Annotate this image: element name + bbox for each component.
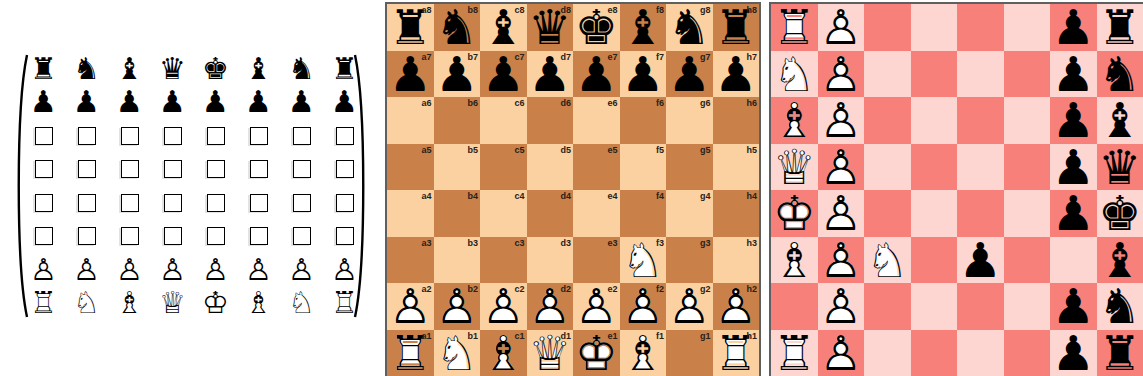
matrix-cell-r5c5 [194,186,237,220]
rot-square-b7[interactable]: ♟ [1050,51,1097,98]
matrix-cell-r1c4: ♛ [151,52,194,86]
square-label-e8: e8 [607,5,617,15]
matrix-panel: ♜♞♝♛♚♝♞♜♟♟♟♟♟♟♟♟♙♙♙♙♙♙♙♙♖♘♗♕♔♗♘♖ [8,48,374,324]
white-king-icon: ♔ [202,288,229,318]
square-d2[interactable]: d2♟♙ [527,283,574,330]
square-b5[interactable]: b5 [434,144,481,191]
square-g4[interactable]: g4 [666,190,713,237]
matrix-cell-r7c7: ♙ [280,253,323,287]
square-label-g6: g6 [700,98,711,108]
square-label-h4: h4 [746,191,757,201]
rot-square-d2[interactable]: ♟♙ [818,144,865,191]
rot-square-c8[interactable]: ♝ [1097,97,1143,144]
black-pawn-icon: ♟ [116,87,143,117]
square-label-a4: a4 [421,191,431,201]
board-rotated: ♜♖♟♙♟♜♞♘♟♙♟♞♝♗♟♙♟♝♛♕♟♙♟♛♚♔♟♙♟♚♝♗♟♙♞♘♟♝♟♙… [769,2,1143,376]
square-h7[interactable]: h7♟ [713,51,760,98]
rot-square-g4[interactable] [911,283,958,330]
rot-square-d8[interactable]: ♛ [1097,144,1143,191]
square-d7[interactable]: d7♟ [527,51,574,98]
empty-square-icon [164,227,182,245]
square-c3[interactable]: c3 [480,237,527,284]
square-label-c7: c7 [514,52,524,62]
square-label-f7: f7 [656,52,664,62]
matrix-cell-r6c5 [194,220,237,254]
square-c2[interactable]: c2♟♙ [480,283,527,330]
rot-square-g6[interactable] [1004,283,1051,330]
rot-square-d6[interactable] [1004,144,1051,191]
white-knight-icon: ♘ [864,236,911,284]
square-h3[interactable]: h3 [713,237,760,284]
square-label-g7: g7 [700,52,711,62]
rot-square-g7[interactable]: ♟ [1050,283,1097,330]
white-queen-fill: ♛ [771,143,818,191]
rot-square-e5[interactable] [957,190,1004,237]
square-label-c2: c2 [514,284,524,294]
black-bishop-icon: ♝ [1097,236,1143,284]
rot-square-e7[interactable]: ♟ [1050,190,1097,237]
square-h1[interactable]: h1♜♖ [713,330,760,376]
empty-square-icon [250,194,268,212]
matrix-grid: ♜♞♝♛♚♝♞♜♟♟♟♟♟♟♟♟♙♙♙♙♙♙♙♙♖♘♗♕♔♗♘♖ [22,52,366,320]
square-label-a1: a1 [421,331,431,341]
square-label-g1: g1 [700,331,711,341]
matrix-cell-r8c6: ♗ [237,287,280,321]
white-pawn-fill: ♟ [818,189,865,237]
black-knight-icon: ♞ [73,54,100,84]
square-h5[interactable]: h5 [713,144,760,191]
square-label-h1: h1 [746,331,757,341]
rot-square-g8[interactable]: ♞ [1097,283,1143,330]
white-pawn-icon: ♙ [818,282,865,330]
rot-square-a8[interactable]: ♜ [1097,4,1143,51]
square-a6[interactable]: a6 [387,97,434,144]
square-g3[interactable]: g3 [666,237,713,284]
square-a8[interactable]: a8♜ [387,4,434,51]
square-label-g2: g2 [700,284,711,294]
rot-square-a1[interactable]: ♜♖ [771,4,818,51]
square-e6[interactable]: e6 [573,97,620,144]
matrix-cell-r3c8 [323,119,366,153]
white-pawn-icon: ♙ [288,255,315,285]
square-g7[interactable]: g7♟ [666,51,713,98]
matrix-cell-r4c3 [108,153,151,187]
rot-square-f7[interactable] [1050,237,1097,284]
square-label-c8: c8 [514,5,524,15]
empty-square-icon [78,227,96,245]
matrix-cell-r2c7: ♟ [280,86,323,120]
matrix-cell-r3c3 [108,119,151,153]
rot-square-b2[interactable]: ♟♙ [818,51,865,98]
square-c8[interactable]: c8♝ [480,4,527,51]
rot-square-f1[interactable]: ♝♗ [771,237,818,284]
white-pawn-icon: ♙ [116,255,143,285]
square-label-b4: b4 [467,191,478,201]
matrix-cell-r3c2 [65,119,108,153]
white-pawn-fill: ♟ [818,282,865,330]
rot-square-h5[interactable] [957,330,1004,376]
matrix-cell-r8c2: ♘ [65,287,108,321]
white-king-icon: ♔ [771,189,818,237]
rot-square-b3[interactable] [864,51,911,98]
square-label-b5: b5 [467,145,478,155]
white-rook-icon: ♖ [331,288,358,318]
black-pawn-icon: ♟ [1050,329,1097,376]
white-pawn-icon: ♙ [818,236,865,284]
square-h8[interactable]: h8♜ [713,4,760,51]
square-f2[interactable]: f2♟♙ [620,283,667,330]
white-pawn-icon: ♙ [818,143,865,191]
matrix-cell-r7c6: ♙ [237,253,280,287]
rot-square-a2[interactable]: ♟♙ [818,4,865,51]
matrix-cell-r3c6 [237,119,280,153]
square-c6[interactable]: c6 [480,97,527,144]
matrix-cell-r5c4 [151,186,194,220]
rot-square-h2[interactable]: ♟♙ [818,330,865,376]
square-d1[interactable]: d1♛♕ [527,330,574,376]
rot-square-a5[interactable] [957,4,1004,51]
empty-square-icon [164,194,182,212]
square-label-e1: e1 [607,331,617,341]
white-pawn-icon: ♙ [818,96,865,144]
square-f6[interactable]: f6 [620,97,667,144]
square-label-h3: h3 [746,238,757,248]
black-pawn-icon: ♟ [202,87,229,117]
rot-square-d4[interactable] [911,144,958,191]
square-c5[interactable]: c5 [480,144,527,191]
empty-square-icon [293,227,311,245]
square-label-h6: h6 [746,98,757,108]
matrix-cell-r6c4 [151,220,194,254]
matrix-cell-r7c2: ♙ [65,253,108,287]
square-b8[interactable]: b8♞ [434,4,481,51]
empty-square-icon [121,194,139,212]
rot-square-c1[interactable]: ♝♗ [771,97,818,144]
rot-square-c7[interactable]: ♟ [1050,97,1097,144]
matrix-cell-r1c1: ♜ [22,52,65,86]
rot-square-e3[interactable] [864,190,911,237]
matrix-cell-r7c5: ♙ [194,253,237,287]
square-g2[interactable]: g2♟♙ [666,283,713,330]
matrix-cell-r6c3 [108,220,151,254]
square-f8[interactable]: f8♝ [620,4,667,51]
rot-square-f6[interactable] [1004,237,1051,284]
square-b1[interactable]: b1♞♘ [434,330,481,376]
square-f3[interactable]: f3♞♘ [620,237,667,284]
empty-square-icon [207,227,225,245]
empty-square-icon [293,160,311,178]
matrix-cell-r3c7 [280,119,323,153]
white-pawn-icon: ♙ [159,255,186,285]
white-pawn-fill: ♟ [818,329,865,376]
square-label-h8: h8 [746,5,757,15]
square-a2[interactable]: a2♟♙ [387,283,434,330]
rot-square-d1[interactable]: ♛♕ [771,144,818,191]
empty-square-icon [207,194,225,212]
rot-square-b6[interactable] [1004,51,1051,98]
square-label-d4: d4 [560,191,571,201]
matrix-cell-r5c3 [108,186,151,220]
square-b2[interactable]: b2♟♙ [434,283,481,330]
matrix-cell-r6c7 [280,220,323,254]
white-rook-fill: ♜ [771,329,818,376]
square-label-e3: e3 [607,238,617,248]
square-e7[interactable]: e7♟ [573,51,620,98]
square-label-e6: e6 [607,98,617,108]
square-label-c5: c5 [514,145,524,155]
rot-square-f3[interactable]: ♞♘ [864,237,911,284]
empty-square-icon [121,127,139,145]
rot-square-h6[interactable] [1004,330,1051,376]
square-label-d3: d3 [560,238,571,248]
white-pawn-icon: ♙ [818,329,865,376]
white-pawn-fill: ♟ [818,236,865,284]
white-pawn-icon: ♙ [202,255,229,285]
square-d3[interactable]: d3 [527,237,574,284]
white-pawn-icon: ♙ [30,255,57,285]
matrix-cell-r8c1: ♖ [22,287,65,321]
rot-square-b5[interactable] [957,51,1004,98]
white-pawn-icon: ♙ [245,255,272,285]
square-e3[interactable]: e3 [573,237,620,284]
square-c4[interactable]: c4 [480,190,527,237]
rot-square-g1[interactable] [771,283,818,330]
rot-square-c4[interactable] [911,97,958,144]
rot-square-h8[interactable]: ♜ [1097,330,1143,376]
black-pawn-icon: ♟ [245,87,272,117]
white-rook-icon: ♖ [771,329,818,376]
empty-square-icon [293,127,311,145]
square-g1[interactable]: g1 [666,330,713,376]
black-pawn-icon: ♟ [331,87,358,117]
white-pawn-icon: ♙ [818,50,865,98]
square-a1[interactable]: a1♜♖ [387,330,434,376]
square-e2[interactable]: e2♟♙ [573,283,620,330]
square-label-f6: f6 [656,98,664,108]
square-label-a3: a3 [421,238,431,248]
square-label-a8: a8 [421,5,431,15]
black-knight-icon: ♞ [288,54,315,84]
square-label-d7: d7 [560,52,571,62]
black-bishop-icon: ♝ [245,54,272,84]
rot-square-f2[interactable]: ♟♙ [818,237,865,284]
matrix-cell-r8c4: ♕ [151,287,194,321]
matrix-cell-r3c1 [22,119,65,153]
matrix-cell-r2c2: ♟ [65,86,108,120]
empty-square-icon [336,160,354,178]
square-label-e4: e4 [607,191,617,201]
white-rook-fill: ♜ [771,3,818,51]
empty-square-icon [207,127,225,145]
black-rook-icon: ♜ [1097,3,1143,51]
empty-square-icon [35,194,53,212]
square-b3[interactable]: b3 [434,237,481,284]
white-pawn-fill: ♟ [818,3,865,51]
empty-square-icon [78,127,96,145]
rot-square-b4[interactable] [911,51,958,98]
square-d5[interactable]: d5 [527,144,574,191]
rot-square-b8[interactable]: ♞ [1097,51,1143,98]
matrix-cell-r1c3: ♝ [108,52,151,86]
square-g5[interactable]: g5 [666,144,713,191]
matrix-cell-r8c3: ♗ [108,287,151,321]
rot-square-e8[interactable]: ♚ [1097,190,1143,237]
rot-square-d5[interactable] [957,144,1004,191]
rot-square-a3[interactable] [864,4,911,51]
black-knight-icon: ♞ [1097,282,1143,330]
square-f7[interactable]: f7♟ [620,51,667,98]
square-g6[interactable]: g6 [666,97,713,144]
matrix-cell-r6c8 [323,220,366,254]
square-a5[interactable]: a5 [387,144,434,191]
square-a4[interactable]: a4 [387,190,434,237]
empty-square-icon [293,194,311,212]
square-f4[interactable]: f4 [620,190,667,237]
matrix-cell-r2c5: ♟ [194,86,237,120]
white-bishop-icon: ♗ [116,288,143,318]
black-pawn-icon: ♟ [1050,50,1097,98]
matrix-cell-r5c1 [22,186,65,220]
square-label-a6: a6 [421,98,431,108]
square-b6[interactable]: b6 [434,97,481,144]
rot-square-c6[interactable] [1004,97,1051,144]
black-pawn-icon: ♟ [957,236,1004,284]
rot-square-e2[interactable]: ♟♙ [818,190,865,237]
square-label-a7: a7 [421,52,431,62]
square-b4[interactable]: b4 [434,190,481,237]
matrix-cell-r5c7 [280,186,323,220]
white-rook-icon: ♖ [771,3,818,51]
black-knight-icon: ♞ [1097,50,1143,98]
black-bishop-icon: ♝ [1097,96,1143,144]
rot-square-b1[interactable]: ♞♘ [771,51,818,98]
rot-square-d7[interactable]: ♟ [1050,144,1097,191]
rot-square-f5[interactable]: ♟ [957,237,1004,284]
white-knight-fill: ♞ [864,236,911,284]
black-pawn-icon: ♟ [1050,189,1097,237]
square-label-f1: f1 [656,331,664,341]
rot-square-a4[interactable] [911,4,958,51]
matrix-cell-r4c1 [22,153,65,187]
white-bishop-icon: ♗ [771,96,818,144]
rot-square-c2[interactable]: ♟♙ [818,97,865,144]
black-king-icon: ♚ [1097,189,1143,237]
white-pawn-icon: ♙ [331,255,358,285]
white-pawn-fill: ♟ [818,96,865,144]
square-f5[interactable]: f5 [620,144,667,191]
square-c7[interactable]: c7♟ [480,51,527,98]
rot-square-h1[interactable]: ♜♖ [771,330,818,376]
matrix-cell-r7c1: ♙ [22,253,65,287]
square-f1[interactable]: f1♝♗ [620,330,667,376]
matrix-cell-r4c2 [65,153,108,187]
matrix-cell-r1c6: ♝ [237,52,280,86]
square-e8[interactable]: e8♚ [573,4,620,51]
black-rook-icon: ♜ [1097,329,1143,376]
square-label-a2: a2 [421,284,431,294]
square-h6[interactable]: h6 [713,97,760,144]
rot-square-f8[interactable]: ♝ [1097,237,1143,284]
rot-square-c5[interactable] [957,97,1004,144]
rot-square-e4[interactable] [911,190,958,237]
rot-square-h3[interactable] [864,330,911,376]
white-pawn-icon: ♙ [818,189,865,237]
empty-square-icon [250,127,268,145]
white-queen-icon: ♕ [159,288,186,318]
black-queen-icon: ♛ [1097,143,1143,191]
square-e4[interactable]: e4 [573,190,620,237]
matrix-cell-r1c5: ♚ [194,52,237,86]
square-b7[interactable]: b7♟ [434,51,481,98]
matrix-cell-r4c6 [237,153,280,187]
square-c1[interactable]: c1♝♗ [480,330,527,376]
square-d6[interactable]: d6 [527,97,574,144]
square-label-b6: b6 [467,98,478,108]
square-h2[interactable]: h2♟♙ [713,283,760,330]
black-pawn-icon: ♟ [1050,282,1097,330]
square-label-c6: c6 [514,98,524,108]
matrix-cell-r7c4: ♙ [151,253,194,287]
matrix-cell-r2c1: ♟ [22,86,65,120]
matrix-cell-r7c3: ♙ [108,253,151,287]
empty-square-icon [35,160,53,178]
square-e5[interactable]: e5 [573,144,620,191]
empty-square-icon [78,194,96,212]
white-bishop-icon: ♗ [771,236,818,284]
rot-square-h7[interactable]: ♟ [1050,330,1097,376]
rot-square-h4[interactable] [911,330,958,376]
rot-square-e6[interactable] [1004,190,1051,237]
square-e1[interactable]: e1♚♔ [573,330,620,376]
rot-square-g5[interactable] [957,283,1004,330]
square-label-f2: f2 [656,284,664,294]
square-a3[interactable]: a3 [387,237,434,284]
matrix-cell-r1c2: ♞ [65,52,108,86]
rot-square-e1[interactable]: ♚♔ [771,190,818,237]
square-label-h2: h2 [746,284,757,294]
matrix-cell-r8c5: ♔ [194,287,237,321]
matrix-cell-r1c7: ♞ [280,52,323,86]
matrix-cell-r2c8: ♟ [323,86,366,120]
rot-square-a7[interactable]: ♟ [1050,4,1097,51]
matrix-cell-r6c2 [65,220,108,254]
square-label-h5: h5 [746,145,757,155]
square-a7[interactable]: a7♟ [387,51,434,98]
square-d4[interactable]: d4 [527,190,574,237]
rot-square-g3[interactable] [864,283,911,330]
rot-square-g2[interactable]: ♟♙ [818,283,865,330]
matrix-cell-r5c8 [323,186,366,220]
rot-square-f4[interactable] [911,237,958,284]
square-h4[interactable]: h4 [713,190,760,237]
square-label-d5: d5 [560,145,571,155]
matrix-cell-r1c8: ♜ [323,52,366,86]
empty-square-icon [250,227,268,245]
white-bishop-icon: ♗ [245,288,272,318]
black-bishop-icon: ♝ [116,54,143,84]
square-label-f5: f5 [656,145,664,155]
empty-square-icon [336,127,354,145]
rot-square-a6[interactable] [1004,4,1051,51]
square-label-d8: d8 [560,5,571,15]
square-g8[interactable]: g8♞ [666,4,713,51]
square-label-d1: d1 [560,331,571,341]
square-d8[interactable]: d8♛ [527,4,574,51]
black-rook-icon: ♜ [331,54,358,84]
square-label-b8: b8 [467,5,478,15]
rot-square-c3[interactable] [864,97,911,144]
rot-square-d3[interactable] [864,144,911,191]
